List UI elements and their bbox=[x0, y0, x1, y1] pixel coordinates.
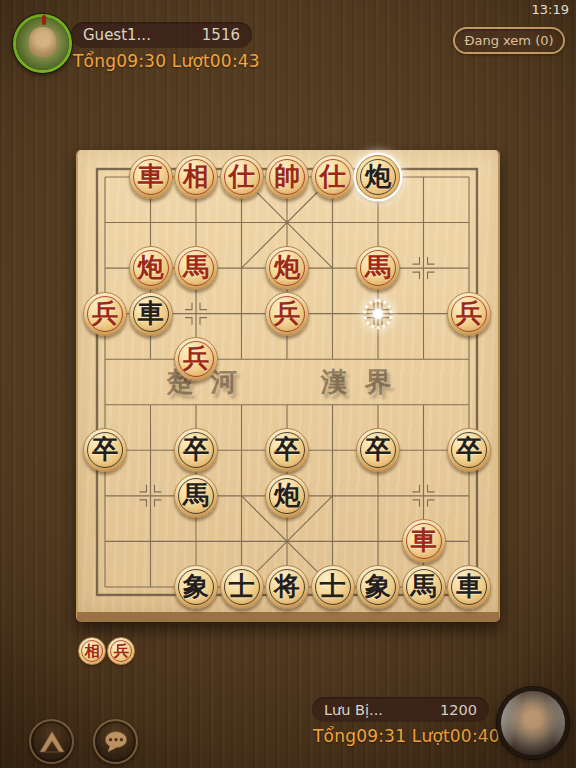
piece-glyph: 車 bbox=[411, 527, 437, 553]
piece-glyph: 車 bbox=[138, 300, 164, 326]
piece-black-chariot[interactable]: 車 bbox=[447, 565, 491, 609]
piece-black-pawn[interactable]: 卒 bbox=[447, 428, 491, 472]
xiangqi-board[interactable]: 楚河 漢界 車相仕帥仕炮炮馬炮馬兵車兵兵兵卒卒卒卒卒馬炮車象士将士象馬車 bbox=[76, 150, 500, 622]
piece-red-horse[interactable]: 馬 bbox=[174, 246, 218, 290]
piece-red-pawn[interactable]: 兵 bbox=[174, 337, 218, 381]
piece-glyph: 炮 bbox=[274, 254, 300, 280]
piece-black-advisor[interactable]: 士 bbox=[220, 565, 264, 609]
status-clock: 13:19 bbox=[532, 2, 569, 17]
piece-glyph: 卒 bbox=[274, 436, 300, 462]
piece-black-pawn[interactable]: 卒 bbox=[174, 428, 218, 472]
spectators-button[interactable]: Đang xem (0) bbox=[453, 27, 565, 54]
top-player-timer: Tổng09:30 Lượt00:43 bbox=[73, 51, 260, 71]
piece-glyph: 車 bbox=[138, 163, 164, 189]
top-player-nameplate[interactable]: Guest1... 1516 bbox=[71, 22, 252, 48]
piece-glyph: 仕 bbox=[229, 163, 255, 189]
piece-black-pawn[interactable]: 卒 bbox=[83, 428, 127, 472]
chat-bubble-icon bbox=[99, 725, 133, 759]
piece-glyph: 兵 bbox=[92, 300, 118, 326]
piece-glyph: 仕 bbox=[320, 163, 346, 189]
piece-red-pawn[interactable]: 兵 bbox=[447, 292, 491, 336]
piece-glyph: 帥 bbox=[274, 163, 300, 189]
piece-glyph: 馬 bbox=[411, 573, 437, 599]
piece-black-horse[interactable]: 馬 bbox=[402, 565, 446, 609]
piece-glyph: 馬 bbox=[183, 254, 209, 280]
piece-glyph: 士 bbox=[229, 573, 255, 599]
piece-black-elephant[interactable]: 象 bbox=[356, 565, 400, 609]
piece-glyph: 炮 bbox=[138, 254, 164, 280]
piece-glyph: 士 bbox=[320, 573, 346, 599]
up-arrow-icon bbox=[35, 725, 69, 759]
piece-glyph: 兵 bbox=[456, 300, 482, 326]
bottom-player-nameplate[interactable]: Lưu Bị... 1200 bbox=[312, 697, 489, 722]
piece-black-cannon[interactable]: 炮 bbox=[356, 155, 400, 199]
top-player-rating: 1516 bbox=[202, 26, 240, 44]
piece-black-pawn[interactable]: 卒 bbox=[356, 428, 400, 472]
piece-black-pawn[interactable]: 卒 bbox=[265, 428, 309, 472]
piece-red-chariot[interactable]: 車 bbox=[402, 519, 446, 563]
piece-glyph: 兵 bbox=[274, 300, 300, 326]
top-player-portrait bbox=[16, 17, 69, 70]
piece-red-horse[interactable]: 馬 bbox=[356, 246, 400, 290]
piece-red-pawn[interactable]: 兵 bbox=[83, 292, 127, 336]
piece-black-advisor[interactable]: 士 bbox=[311, 565, 355, 609]
bottom-player-avatar[interactable] bbox=[497, 687, 569, 759]
chat-button[interactable] bbox=[93, 719, 138, 764]
piece-red-elephant[interactable]: 相 bbox=[174, 155, 218, 199]
tassel-decoration bbox=[42, 15, 46, 25]
piece-glyph: 象 bbox=[365, 573, 391, 599]
piece-glyph: 馬 bbox=[365, 254, 391, 280]
piece-glyph: 相 bbox=[183, 163, 209, 189]
piece-glyph: 車 bbox=[456, 573, 482, 599]
bottom-player-timer: Tổng09:31 Lượt00:40 bbox=[313, 726, 500, 746]
captured-red-pawn: 兵 bbox=[107, 637, 135, 665]
piece-glyph: 将 bbox=[274, 573, 300, 599]
piece-red-pawn[interactable]: 兵 bbox=[265, 292, 309, 336]
piece-glyph: 兵 bbox=[183, 345, 209, 371]
piece-glyph: 象 bbox=[183, 573, 209, 599]
piece-glyph: 炮 bbox=[365, 163, 391, 189]
bottom-player-name: Lưu Bị... bbox=[324, 702, 383, 718]
piece-glyph: 卒 bbox=[92, 436, 118, 462]
menu-button[interactable] bbox=[29, 719, 74, 764]
piece-red-general[interactable]: 帥 bbox=[265, 155, 309, 199]
bottom-player-portrait bbox=[501, 691, 565, 755]
river-label-right: 漢界 bbox=[304, 364, 409, 400]
bottom-player-rating: 1200 bbox=[440, 702, 477, 718]
top-player-avatar[interactable] bbox=[13, 14, 72, 73]
piece-black-horse[interactable]: 馬 bbox=[174, 474, 218, 518]
top-player-name: Guest1... bbox=[83, 26, 151, 44]
piece-black-general[interactable]: 将 bbox=[265, 565, 309, 609]
piece-red-cannon[interactable]: 炮 bbox=[129, 246, 173, 290]
game-screen: 13:19 Đang xem (0) Guest1... 1516 Tổng09… bbox=[0, 0, 576, 768]
piece-red-advisor[interactable]: 仕 bbox=[311, 155, 355, 199]
piece-red-advisor[interactable]: 仕 bbox=[220, 155, 264, 199]
piece-black-chariot[interactable]: 車 bbox=[129, 292, 173, 336]
last-move-origin-marker bbox=[363, 299, 393, 329]
piece-glyph: 卒 bbox=[183, 436, 209, 462]
piece-glyph: 卒 bbox=[456, 436, 482, 462]
piece-black-elephant[interactable]: 象 bbox=[174, 565, 218, 609]
piece-red-chariot[interactable]: 車 bbox=[129, 155, 173, 199]
piece-glyph: 卒 bbox=[365, 436, 391, 462]
piece-glyph: 馬 bbox=[183, 482, 209, 508]
piece-black-cannon[interactable]: 炮 bbox=[265, 474, 309, 518]
piece-glyph: 炮 bbox=[274, 482, 300, 508]
captured-red-elephant: 相 bbox=[78, 637, 106, 665]
piece-red-cannon[interactable]: 炮 bbox=[265, 246, 309, 290]
